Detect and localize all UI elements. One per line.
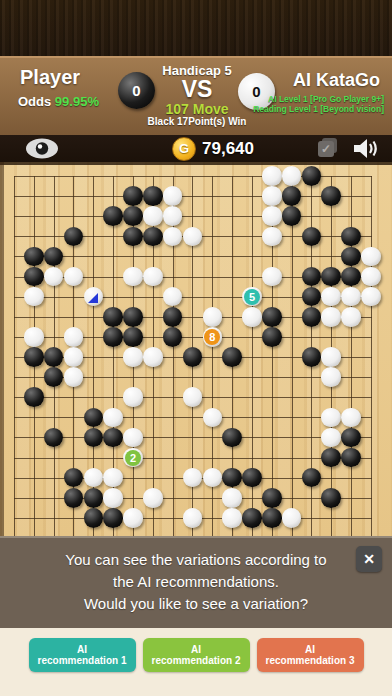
stone-black — [282, 186, 302, 206]
stone-white — [163, 287, 183, 307]
stone-black — [143, 227, 163, 247]
stone-black — [24, 267, 44, 287]
dialog-message-line3: Would you like to see a variation? — [0, 593, 392, 615]
stone-white — [321, 408, 341, 428]
stone-black — [321, 267, 341, 287]
stone-black — [44, 247, 64, 267]
grid-line — [292, 176, 293, 536]
coin-icon: G — [172, 137, 196, 161]
vs-label: VS — [140, 76, 254, 103]
stone-white — [321, 367, 341, 387]
stone-white — [103, 468, 123, 488]
stone-white — [183, 387, 203, 407]
stone-white — [242, 307, 262, 327]
ai-recommendation-3-button[interactable]: AI recommendation 3 — [257, 638, 364, 672]
stone-white — [123, 267, 143, 287]
close-icon: ✕ — [363, 551, 375, 567]
stone-white — [321, 307, 341, 327]
stone-white — [203, 468, 223, 488]
stone-white — [341, 287, 361, 307]
stone-black — [302, 468, 322, 488]
stone-white — [163, 206, 183, 226]
stone-black — [64, 227, 84, 247]
stone-black — [123, 307, 143, 327]
odds-label: Odds — [18, 94, 55, 109]
stone-white — [203, 307, 223, 327]
stone-black — [64, 488, 84, 508]
stone-black — [341, 267, 361, 287]
stone-white — [64, 367, 84, 387]
stone-black — [24, 347, 44, 367]
stone-white — [282, 166, 302, 186]
stone-white — [361, 287, 381, 307]
grid-line — [14, 417, 372, 418]
stone-black — [262, 488, 282, 508]
last-move-triangle-marker — [88, 293, 98, 303]
stone-black — [222, 468, 242, 488]
stone-black — [123, 206, 143, 226]
stone-black — [163, 327, 183, 347]
stone-black — [222, 428, 242, 448]
stone-black — [302, 166, 322, 186]
checkbox-icon[interactable]: ✓ — [316, 138, 340, 160]
stone-black — [321, 448, 341, 468]
stone-white — [222, 488, 242, 508]
move-count: 107 Move — [140, 101, 254, 117]
stone-black — [341, 428, 361, 448]
stone-black — [302, 347, 322, 367]
stone-white — [262, 166, 282, 186]
stone-white — [361, 247, 381, 267]
stone-white — [123, 347, 143, 367]
ai-recommendation-2-button[interactable]: AI recommendation 2 — [143, 638, 250, 672]
stone-black — [103, 327, 123, 347]
move-number-badge: 2 — [125, 450, 141, 466]
stone-white — [183, 227, 203, 247]
stone-black — [84, 408, 104, 428]
stone-black — [262, 327, 282, 347]
stone-black — [44, 367, 64, 387]
stone-black — [341, 448, 361, 468]
dialog-message: You can see the variations according to … — [0, 538, 392, 615]
stone-white — [44, 267, 64, 287]
stone-white — [341, 307, 361, 327]
stone-white — [143, 206, 163, 226]
stone-white — [143, 267, 163, 287]
ai-reading-line: Reading Level 1 [Beyond vision] — [253, 104, 384, 114]
stone-white — [183, 468, 203, 488]
recommendation-buttons-row: AI recommendation 1 AI recommendation 2 … — [0, 638, 392, 672]
dialog-message-line2: the AI recommendations. — [0, 571, 392, 593]
grid-line — [14, 437, 372, 438]
stone-black — [24, 387, 44, 407]
stone-black — [302, 287, 322, 307]
stone-white — [262, 267, 282, 287]
stone-black — [123, 327, 143, 347]
stone-black — [302, 307, 322, 327]
board-left-edge — [0, 162, 4, 536]
stone-black — [302, 227, 322, 247]
stone-white — [84, 468, 104, 488]
board-top-edge — [0, 162, 392, 165]
stone-white — [183, 508, 203, 528]
stone-black — [24, 247, 44, 267]
stone-black — [103, 307, 123, 327]
stone-white — [321, 347, 341, 367]
grid-line — [14, 458, 372, 459]
score-estimate: Black 17Point(s) Win — [130, 116, 264, 127]
checkbox-front-square: ✓ — [318, 141, 334, 157]
ai-level-info: AI Level 1 [Pro Go Player 9+] Reading Le… — [253, 94, 384, 114]
stone-black — [84, 428, 104, 448]
stone-white — [203, 408, 223, 428]
ai-recommendation-1-button[interactable]: AI recommendation 1 — [29, 638, 136, 672]
stone-white — [103, 488, 123, 508]
stone-white — [143, 347, 163, 367]
stone-black — [163, 307, 183, 327]
ai-level-line: AI Level 1 [Pro Go Player 9+] — [253, 94, 384, 104]
stone-black — [64, 468, 84, 488]
stone-black — [321, 488, 341, 508]
stone-black — [302, 267, 322, 287]
stone-white — [103, 408, 123, 428]
stone-black — [84, 488, 104, 508]
utility-bar: G 79,640 ✓ — [0, 135, 392, 162]
stone-black — [103, 428, 123, 448]
go-board[interactable]: 582 — [0, 162, 392, 536]
grid-line — [371, 176, 372, 536]
stone-black — [123, 227, 143, 247]
stone-black — [183, 347, 203, 367]
dialog-button-panel: AI recommendation 1 AI recommendation 2 … — [0, 628, 392, 696]
stone-white — [123, 508, 143, 528]
dialog-message-line1: You can see the variations according to — [0, 549, 392, 571]
stone-black — [262, 307, 282, 327]
stone-white — [262, 227, 282, 247]
odds-value: 99.95% — [55, 94, 99, 109]
stone-black — [143, 186, 163, 206]
game-header: Player Odds 99.95% 0 Handicap 5 VS 107 M… — [0, 56, 392, 135]
stone-black — [242, 508, 262, 528]
stone-white — [64, 347, 84, 367]
app-screen: Player Odds 99.95% 0 Handicap 5 VS 107 M… — [0, 0, 392, 696]
stone-white — [64, 327, 84, 347]
variation-dialog: You can see the variations according to … — [0, 536, 392, 628]
stone-white — [321, 287, 341, 307]
top-wood-bar — [0, 0, 392, 56]
stone-white — [143, 488, 163, 508]
stone-white — [123, 387, 143, 407]
stone-white — [262, 206, 282, 226]
stone-black — [321, 186, 341, 206]
stone-white — [222, 508, 242, 528]
speaker-icon[interactable] — [352, 137, 380, 160]
stone-black — [44, 428, 64, 448]
stone-black — [282, 206, 302, 226]
stone-white — [282, 508, 302, 528]
coin-amount: 79,640 — [202, 139, 254, 159]
player-name: Player — [20, 66, 80, 89]
close-button[interactable]: ✕ — [356, 546, 382, 572]
stone-black — [262, 508, 282, 528]
move-number-badge: 5 — [244, 289, 260, 305]
stone-white — [262, 186, 282, 206]
stone-black — [341, 227, 361, 247]
stone-white — [163, 227, 183, 247]
stone-white — [341, 408, 361, 428]
player-odds: Odds 99.95% — [18, 94, 99, 109]
stone-black — [242, 468, 262, 488]
stone-black — [123, 186, 143, 206]
stone-white — [163, 186, 183, 206]
ai-name: AI KataGo — [293, 70, 380, 91]
stone-black — [84, 508, 104, 528]
eye-icon[interactable] — [24, 137, 60, 160]
stone-black — [341, 247, 361, 267]
stone-white — [24, 287, 44, 307]
stone-black — [103, 508, 123, 528]
stone-black — [103, 206, 123, 226]
stone-white — [123, 428, 143, 448]
stone-white — [24, 327, 44, 347]
stone-black — [44, 347, 64, 367]
coin-balance: G 79,640 — [172, 136, 254, 161]
stone-white — [361, 267, 381, 287]
stone-black — [222, 347, 242, 367]
stone-white — [64, 267, 84, 287]
stone-white — [321, 428, 341, 448]
